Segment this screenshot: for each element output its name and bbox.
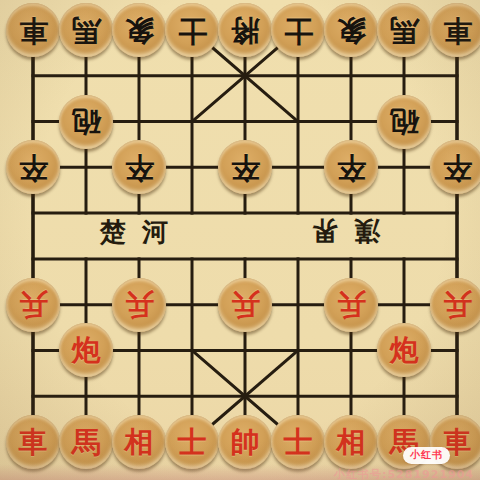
piece-black-horse[interactable]: 馬 — [377, 3, 431, 57]
xiaohongshu-watermark-badge: 小红书 — [403, 447, 450, 464]
piece-black-chariot[interactable]: 車 — [430, 3, 480, 57]
piece-black-elephant[interactable]: 象 — [112, 3, 166, 57]
piece-red-horse[interactable]: 馬 — [59, 415, 113, 469]
xiaohongshu-watermark-footer: 小红书号:5281921904 — [334, 467, 474, 480]
red-horse-glyph: 馬 — [72, 428, 101, 457]
piece-black-horse[interactable]: 馬 — [59, 3, 113, 57]
black-soldier-glyph: 卒 — [231, 153, 260, 182]
piece-red-soldier[interactable]: 兵 — [324, 278, 378, 332]
piece-black-advisor[interactable]: 士 — [165, 3, 219, 57]
piece-red-cannon[interactable]: 炮 — [377, 323, 431, 377]
xiangqi-board-photo: 楚河 漢界 車馬象士將士象馬車砲砲卒卒卒卒卒兵兵兵兵兵炮炮車馬相士帥士相馬車 小… — [0, 0, 480, 480]
river-label-right: 漢界 — [296, 218, 380, 244]
piece-red-soldier[interactable]: 兵 — [430, 278, 480, 332]
piece-black-soldier[interactable]: 卒 — [218, 140, 272, 194]
piece-red-general[interactable]: 帥 — [218, 415, 272, 469]
piece-black-cannon[interactable]: 砲 — [377, 95, 431, 149]
piece-red-elephant[interactable]: 相 — [324, 415, 378, 469]
black-horse-glyph: 馬 — [390, 16, 419, 45]
black-soldier-glyph: 卒 — [19, 153, 48, 182]
black-elephant-glyph: 象 — [337, 16, 366, 45]
piece-black-elephant[interactable]: 象 — [324, 3, 378, 57]
black-general-glyph: 將 — [231, 16, 260, 45]
red-cannon-glyph: 炮 — [390, 336, 419, 365]
red-elephant-glyph: 相 — [337, 428, 366, 457]
piece-black-general[interactable]: 將 — [218, 3, 272, 57]
board-grid — [0, 0, 480, 480]
black-soldier-glyph: 卒 — [125, 153, 154, 182]
black-soldier-glyph: 卒 — [337, 153, 366, 182]
piece-black-soldier[interactable]: 卒 — [112, 140, 166, 194]
red-chariot-glyph: 車 — [19, 428, 48, 457]
red-soldier-glyph: 兵 — [231, 290, 260, 319]
black-cannon-glyph: 砲 — [390, 107, 419, 136]
black-cannon-glyph: 砲 — [72, 107, 101, 136]
black-soldier-glyph: 卒 — [443, 153, 472, 182]
piece-red-cannon[interactable]: 炮 — [59, 323, 113, 377]
piece-black-soldier[interactable]: 卒 — [430, 140, 480, 194]
piece-red-soldier[interactable]: 兵 — [112, 278, 166, 332]
piece-red-chariot[interactable]: 車 — [6, 415, 60, 469]
black-advisor-glyph: 士 — [284, 16, 313, 45]
piece-red-soldier[interactable]: 兵 — [6, 278, 60, 332]
black-elephant-glyph: 象 — [125, 16, 154, 45]
red-soldier-glyph: 兵 — [337, 290, 366, 319]
piece-red-advisor[interactable]: 士 — [165, 415, 219, 469]
piece-red-advisor[interactable]: 士 — [271, 415, 325, 469]
piece-red-soldier[interactable]: 兵 — [218, 278, 272, 332]
red-soldier-glyph: 兵 — [125, 290, 154, 319]
piece-black-cannon[interactable]: 砲 — [59, 95, 113, 149]
piece-black-soldier[interactable]: 卒 — [324, 140, 378, 194]
red-general-glyph: 帥 — [231, 428, 260, 457]
black-chariot-glyph: 車 — [19, 16, 48, 45]
red-elephant-glyph: 相 — [125, 428, 154, 457]
piece-black-chariot[interactable]: 車 — [6, 3, 60, 57]
red-advisor-glyph: 士 — [284, 428, 313, 457]
red-soldier-glyph: 兵 — [443, 290, 472, 319]
red-cannon-glyph: 炮 — [72, 336, 101, 365]
black-advisor-glyph: 士 — [178, 16, 207, 45]
piece-black-advisor[interactable]: 士 — [271, 3, 325, 57]
piece-red-elephant[interactable]: 相 — [112, 415, 166, 469]
red-advisor-glyph: 士 — [178, 428, 207, 457]
red-soldier-glyph: 兵 — [19, 290, 48, 319]
piece-black-soldier[interactable]: 卒 — [6, 140, 60, 194]
black-horse-glyph: 馬 — [72, 16, 101, 45]
black-chariot-glyph: 車 — [443, 16, 472, 45]
river-label-left: 楚河 — [100, 219, 184, 245]
